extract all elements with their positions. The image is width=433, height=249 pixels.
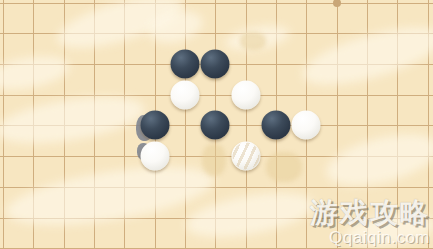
board-smudge [0, 51, 72, 95]
star-point [333, 0, 341, 7]
white-stone [140, 142, 169, 171]
watermark-title: 游戏攻略 [310, 199, 430, 227]
black-stone [201, 111, 230, 140]
ghost-smudge [266, 152, 302, 182]
black-stone [262, 111, 291, 140]
ghost-smudge [202, 144, 226, 176]
grid-line-horizontal [0, 3, 433, 4]
grid-line-horizontal [0, 95, 433, 96]
black-stone [140, 111, 169, 140]
watermark-url: Qqaiqin.com [310, 229, 430, 246]
black-stone [201, 49, 230, 78]
board-smudge [183, 185, 318, 245]
white-stone [231, 80, 260, 109]
white-stone [231, 142, 260, 171]
ghost-smudge [240, 32, 266, 50]
white-stone [171, 80, 200, 109]
board-smudge [321, 125, 433, 196]
gomoku-board[interactable]: 游戏攻略 Qqaiqin.com [0, 0, 433, 249]
board-smudge [297, 16, 433, 96]
white-stone [292, 111, 321, 140]
black-stone [171, 49, 200, 78]
watermark: 游戏攻略 Qqaiqin.com [310, 199, 430, 246]
